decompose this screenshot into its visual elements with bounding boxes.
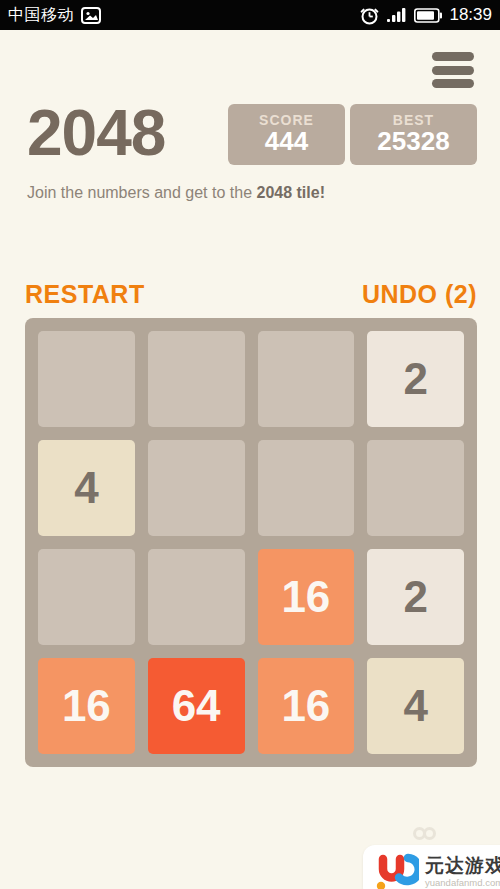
empty-cell-r2c4 (367, 440, 464, 536)
watermark-domain: yuandafanmd.com (425, 877, 500, 888)
empty-cell-r2c2 (148, 440, 245, 536)
status-bar-right: 18:39 (359, 5, 492, 26)
empty-cell-r1c2 (148, 331, 245, 427)
tile-4-r4c4: 4 (367, 658, 464, 754)
empty-cell-r3c2 (148, 549, 245, 645)
status-bar: 中国移动 (0, 0, 500, 30)
best-box: BEST 25328 (350, 104, 477, 165)
tile-16-r4c3: 16 (258, 658, 355, 754)
hamburger-icon (432, 79, 474, 88)
carrier-label: 中国移动 (8, 5, 74, 26)
score-label: SCORE (259, 113, 314, 127)
battery-icon (414, 8, 442, 23)
best-value: 25328 (377, 127, 449, 157)
tile-4-r2c1: 4 (38, 440, 135, 536)
ghost-rings-decoration (413, 827, 436, 840)
hamburger-icon (432, 66, 474, 75)
watermark-brand: 元达游戏 (425, 856, 500, 877)
score-box: SCORE 444 (228, 104, 345, 165)
score-value: 444 (265, 127, 308, 157)
watermark-text: 元达游戏 yuandafanmd.com (425, 856, 500, 888)
watermark-card: 元达游戏 yuandafanmd.com (363, 845, 500, 889)
undo-button[interactable]: UNDO (2) (362, 280, 477, 309)
tile-2-r1c4: 2 (367, 331, 464, 427)
empty-cell-r2c3 (258, 440, 355, 536)
controls-row: RESTART UNDO (2) (25, 280, 477, 309)
empty-cell-r1c3 (258, 331, 355, 427)
status-bar-left: 中国移动 (8, 5, 101, 26)
phone-screen: 中国移动 (0, 0, 500, 889)
empty-cell-r1c1 (38, 331, 135, 427)
subtitle-text: Join the numbers and get to the (27, 184, 256, 201)
hamburger-icon (432, 52, 474, 61)
image-notification-icon (81, 7, 101, 24)
game-board[interactable]: 241621664164 (25, 318, 477, 767)
tile-2-r3c4: 2 (367, 549, 464, 645)
empty-cell-r3c1 (38, 549, 135, 645)
alarm-icon (359, 5, 380, 26)
signal-icon (387, 7, 407, 23)
yuanda-logo-icon (373, 851, 419, 889)
tile-64-r4c2: 64 (148, 658, 245, 754)
app-title: 2048 (27, 96, 165, 170)
best-label: BEST (393, 113, 434, 127)
clock: 18:39 (449, 5, 492, 25)
menu-button[interactable] (432, 52, 474, 88)
tile-16-r4c1: 16 (38, 658, 135, 754)
tile-16-r3c3: 16 (258, 549, 355, 645)
subtitle: Join the numbers and get to the 2048 til… (27, 184, 325, 202)
restart-button[interactable]: RESTART (25, 280, 145, 309)
subtitle-goal: 2048 tile! (256, 184, 324, 201)
